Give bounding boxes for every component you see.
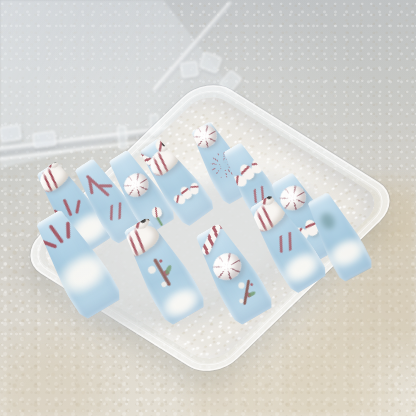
- berry-branch-decoration: [153, 258, 171, 286]
- peppermint-decoration: [190, 121, 221, 152]
- photo-canvas: [0, 0, 416, 416]
- coral-decoration: [63, 199, 73, 217]
- white-tip-decoration: [157, 282, 205, 325]
- berry-branch-decoration: [243, 280, 250, 305]
- stripes-decoration: [104, 200, 131, 223]
- coral-decoration: [48, 225, 64, 245]
- white-tip-decoration: [323, 232, 371, 274]
- petals-decoration: [236, 162, 256, 183]
- peppermint-decoration: [208, 248, 246, 285]
- stripes-decoration: [272, 229, 302, 256]
- branches-decoration: [85, 174, 109, 196]
- nails-layer: [0, 0, 416, 416]
- duck-decoration: [34, 159, 73, 196]
- white-tip-decoration: [50, 244, 117, 304]
- petals-decoration: [178, 185, 194, 202]
- duck-decoration: [144, 142, 183, 179]
- cane-decoration: [200, 224, 221, 256]
- smudge-decoration: [318, 211, 337, 232]
- nail-bottom-2-duck-berries: [116, 213, 209, 328]
- tulip-decoration: [150, 206, 163, 219]
